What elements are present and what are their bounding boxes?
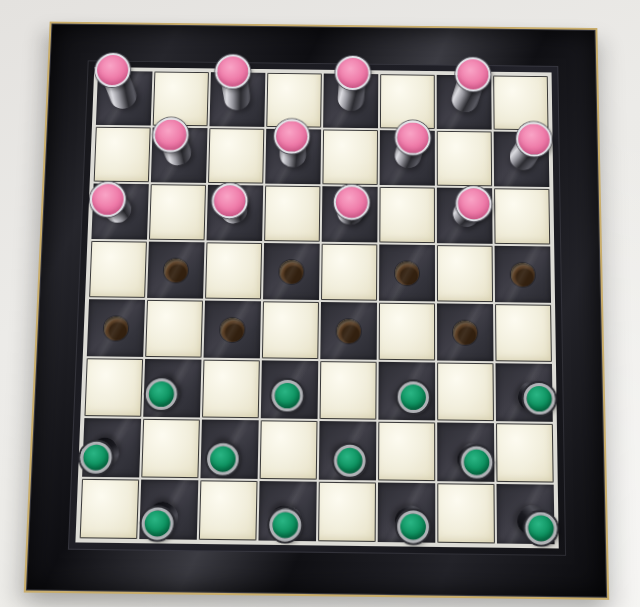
board-square-g3 [437, 363, 494, 422]
board-square-c3 [202, 360, 260, 419]
board-square-d4 [262, 301, 319, 359]
pink-peg-top-icon [334, 184, 370, 219]
board-square-e3 [320, 361, 377, 420]
green-peg[interactable] [82, 418, 141, 477]
board-square-h1[interactable] [497, 484, 555, 544]
board-square-b1[interactable] [139, 480, 198, 540]
pink-peg[interactable] [494, 132, 550, 187]
green-peg-top-icon [461, 446, 493, 478]
board-square-c1 [199, 480, 258, 540]
green-peg-top-icon [334, 444, 366, 476]
board-square-h2 [496, 423, 554, 482]
green-peg[interactable] [497, 484, 555, 544]
pink-peg[interactable] [380, 130, 435, 185]
board-square-b5[interactable] [147, 242, 204, 299]
board-square-f2 [378, 422, 435, 481]
board-square-h3[interactable] [496, 363, 553, 422]
pink-peg-top-icon [395, 120, 430, 155]
board-square-a7 [94, 127, 151, 182]
green-peg[interactable] [437, 422, 494, 481]
board-square-g6[interactable] [437, 188, 493, 244]
board-square-h7[interactable] [494, 132, 550, 187]
board-square-d2 [260, 420, 318, 479]
pink-peg-top-icon [335, 55, 370, 89]
board-square-f4 [379, 303, 435, 361]
peg-hole[interactable] [279, 259, 303, 283]
board-square-f6 [379, 187, 435, 243]
board-square-d7[interactable] [265, 129, 321, 184]
board-square-c2[interactable] [200, 420, 258, 479]
board-square-b3[interactable] [143, 359, 201, 418]
pink-peg-top-icon [455, 57, 490, 91]
board-square-h5[interactable] [495, 246, 551, 303]
green-peg[interactable] [139, 480, 198, 540]
board-square-b8 [153, 72, 209, 127]
board-square-c7 [208, 128, 264, 183]
pink-peg[interactable] [437, 75, 492, 130]
green-peg-top-icon [207, 442, 239, 474]
board-square-c4[interactable] [204, 301, 261, 359]
board-square-d3[interactable] [261, 360, 318, 419]
peg-hole[interactable] [220, 317, 245, 341]
board-square-g7 [437, 131, 492, 186]
pink-peg[interactable] [265, 129, 321, 184]
board-square-a5 [89, 241, 147, 298]
board-square-a3 [84, 358, 143, 417]
green-peg[interactable] [319, 421, 376, 480]
board-square-e4[interactable] [320, 302, 377, 360]
board-square-b6 [149, 184, 206, 240]
pink-peg[interactable] [323, 74, 378, 129]
pink-peg-top-icon [516, 121, 552, 156]
green-peg-top-icon [141, 507, 174, 540]
board-square-c5 [205, 242, 262, 299]
green-peg[interactable] [200, 420, 258, 479]
board-square-g2[interactable] [437, 422, 494, 481]
board-square-d6 [264, 186, 320, 242]
green-peg-top-icon [397, 510, 429, 543]
peg-hole[interactable] [511, 262, 535, 286]
board-square-g1 [437, 483, 495, 543]
green-peg-top-icon [80, 441, 113, 473]
peg-hole[interactable] [337, 319, 361, 343]
board-square-f5[interactable] [379, 244, 435, 301]
green-peg-top-icon [269, 508, 301, 541]
board-square-e2[interactable] [319, 421, 376, 480]
board-square-f3[interactable] [378, 362, 435, 421]
board-surface [68, 60, 566, 556]
board-square-h4 [495, 304, 552, 362]
photo-background [0, 0, 640, 607]
board-square-b7[interactable] [151, 127, 208, 182]
board-square-a2[interactable] [82, 418, 141, 477]
board-frame [24, 22, 609, 600]
green-peg[interactable] [378, 362, 435, 421]
green-peg-top-icon [525, 511, 557, 544]
board-square-g8[interactable] [437, 75, 492, 130]
green-peg-top-icon [271, 379, 303, 411]
pink-peg[interactable] [96, 71, 153, 126]
board-square-d5[interactable] [263, 243, 320, 300]
green-peg-top-icon [523, 382, 555, 414]
pink-peg[interactable] [151, 127, 208, 182]
board-square-e6[interactable] [322, 186, 378, 242]
pink-peg[interactable] [209, 72, 265, 127]
board-square-e1 [318, 482, 376, 542]
pink-peg[interactable] [207, 185, 264, 241]
board-square-e8[interactable] [323, 74, 378, 129]
board-square-a6[interactable] [91, 183, 148, 239]
board-square-b2 [141, 419, 200, 478]
board-square-e5 [321, 244, 377, 301]
board-square-c8[interactable] [209, 72, 265, 127]
board-square-h6 [494, 188, 550, 244]
board-square-c6[interactable] [207, 185, 264, 241]
board-square-f1[interactable] [378, 482, 436, 542]
board-square-a4[interactable] [87, 299, 145, 357]
pink-peg[interactable] [91, 183, 148, 239]
board-square-f7[interactable] [380, 130, 435, 185]
board-square-e7 [322, 129, 378, 184]
board-grid [80, 71, 555, 544]
pink-peg-top-icon [456, 186, 492, 221]
board-square-d1[interactable] [258, 481, 316, 541]
board-square-a1 [80, 479, 139, 539]
pink-peg[interactable] [322, 186, 378, 242]
peg-hole[interactable] [164, 258, 189, 282]
board-square-g5 [437, 245, 493, 302]
board-grid-outline [75, 67, 558, 548]
green-peg[interactable] [378, 482, 436, 542]
peg-hole[interactable] [104, 316, 129, 340]
board-square-a8[interactable] [96, 71, 153, 126]
green-peg-top-icon [398, 381, 429, 413]
green-peg[interactable] [143, 359, 201, 418]
board-square-g4[interactable] [437, 303, 493, 361]
peg-hole[interactable] [453, 320, 477, 344]
green-peg[interactable] [261, 360, 318, 419]
board-square-b4 [145, 300, 203, 358]
green-peg[interactable] [496, 363, 553, 422]
green-peg[interactable] [258, 481, 316, 541]
peg-hole[interactable] [395, 261, 419, 285]
pink-peg[interactable] [437, 188, 493, 244]
